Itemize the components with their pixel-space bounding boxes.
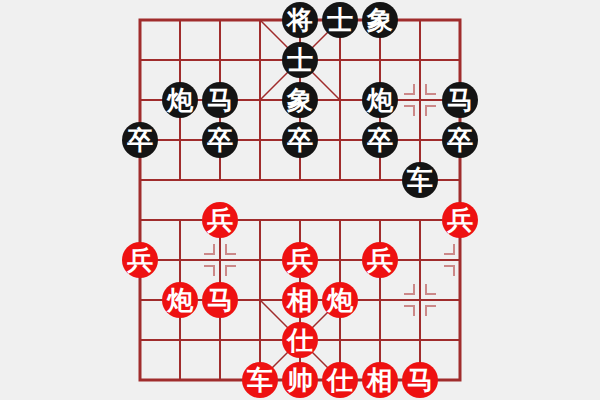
xiangqi-app: 将士象士炮马象炮马卒卒卒卒卒车兵兵兵兵兵炮马相炮仕车帅仕相马 <box>0 0 600 400</box>
piece-black-卒[interactable]: 卒 <box>442 122 478 158</box>
piece-red-兵[interactable]: 兵 <box>442 202 478 238</box>
piece-red-兵[interactable]: 兵 <box>282 242 318 278</box>
piece-red-马[interactable]: 马 <box>202 282 238 318</box>
piece-black-卒[interactable]: 卒 <box>202 122 238 158</box>
piece-black-将[interactable]: 将 <box>282 2 318 38</box>
piece-red-相[interactable]: 相 <box>362 362 398 398</box>
piece-red-炮[interactable]: 炮 <box>322 282 358 318</box>
piece-black-卒[interactable]: 卒 <box>282 122 318 158</box>
piece-black-象[interactable]: 象 <box>362 2 398 38</box>
piece-black-马[interactable]: 马 <box>202 82 238 118</box>
piece-black-士[interactable]: 士 <box>282 42 318 78</box>
piece-black-士[interactable]: 士 <box>322 2 358 38</box>
piece-red-车[interactable]: 车 <box>242 362 278 398</box>
piece-red-相[interactable]: 相 <box>282 282 318 318</box>
piece-black-卒[interactable]: 卒 <box>362 122 398 158</box>
piece-red-马[interactable]: 马 <box>402 362 438 398</box>
piece-red-兵[interactable]: 兵 <box>202 202 238 238</box>
piece-black-炮[interactable]: 炮 <box>362 82 398 118</box>
piece-red-兵[interactable]: 兵 <box>362 242 398 278</box>
piece-layer: 将士象士炮马象炮马卒卒卒卒卒车兵兵兵兵兵炮马相炮仕车帅仕相马 <box>0 0 600 400</box>
piece-red-兵[interactable]: 兵 <box>122 242 158 278</box>
piece-red-帅[interactable]: 帅 <box>282 362 318 398</box>
piece-black-车[interactable]: 车 <box>402 162 438 198</box>
piece-red-仕[interactable]: 仕 <box>322 362 358 398</box>
piece-black-马[interactable]: 马 <box>442 82 478 118</box>
piece-black-卒[interactable]: 卒 <box>122 122 158 158</box>
piece-black-象[interactable]: 象 <box>282 82 318 118</box>
piece-red-炮[interactable]: 炮 <box>162 282 198 318</box>
piece-black-炮[interactable]: 炮 <box>162 82 198 118</box>
piece-red-仕[interactable]: 仕 <box>282 322 318 358</box>
